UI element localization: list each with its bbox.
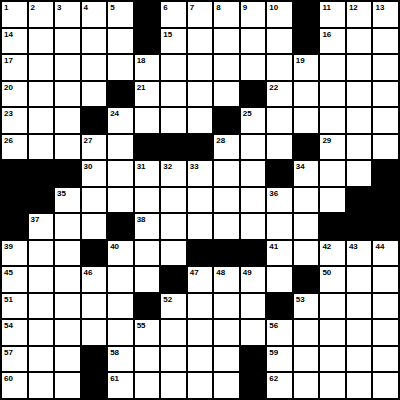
clue-number-30: 30 bbox=[84, 162, 93, 171]
clue-number-4: 4 bbox=[84, 3, 88, 12]
cell-r11c13[interactable]: 50 bbox=[320, 267, 345, 292]
cell-r13c3[interactable] bbox=[55, 320, 80, 345]
cell-r15c6[interactable] bbox=[135, 373, 160, 398]
cell-r13c2[interactable] bbox=[29, 320, 54, 345]
cell-r2c4[interactable] bbox=[82, 29, 107, 54]
cell-r15c10-block bbox=[241, 373, 266, 398]
cell-r6c15[interactable] bbox=[373, 135, 398, 160]
cell-r7c15-block bbox=[373, 161, 398, 186]
cell-r10c9-block bbox=[214, 241, 239, 266]
cell-r4c2[interactable] bbox=[29, 82, 54, 107]
cell-r6c8-block bbox=[188, 135, 213, 160]
cell-r4c1[interactable]: 20 bbox=[2, 82, 27, 107]
cell-r3c9[interactable] bbox=[214, 55, 239, 80]
cell-r15c11[interactable]: 62 bbox=[267, 373, 292, 398]
clue-number-61: 61 bbox=[110, 374, 119, 383]
cell-r4c13[interactable] bbox=[320, 82, 345, 107]
cell-r12c7[interactable]: 52 bbox=[161, 294, 186, 319]
clue-number-46: 46 bbox=[84, 268, 93, 277]
cell-r1c15[interactable]: 13 bbox=[373, 2, 398, 27]
cell-r2c11[interactable] bbox=[267, 29, 292, 54]
cell-r14c9[interactable] bbox=[214, 347, 239, 372]
cell-r8c13[interactable] bbox=[320, 188, 345, 213]
cell-r15c4-block bbox=[82, 373, 107, 398]
cell-r6c4[interactable]: 27 bbox=[82, 135, 107, 160]
cell-r9c13-block bbox=[320, 214, 345, 239]
cell-r2c14[interactable] bbox=[347, 29, 372, 54]
cell-r8c7[interactable] bbox=[161, 188, 186, 213]
clue-number-48: 48 bbox=[216, 268, 225, 277]
clue-number-23: 23 bbox=[4, 109, 13, 118]
clue-number-58: 58 bbox=[110, 348, 119, 357]
cell-r13c6[interactable]: 55 bbox=[135, 320, 160, 345]
cell-r6c11[interactable] bbox=[267, 135, 292, 160]
cell-r12c8[interactable] bbox=[188, 294, 213, 319]
cell-r11c2[interactable] bbox=[29, 267, 54, 292]
cell-r12c2[interactable] bbox=[29, 294, 54, 319]
cell-r7c4[interactable]: 30 bbox=[82, 161, 107, 186]
cell-r14c11[interactable]: 59 bbox=[267, 347, 292, 372]
cell-r3c3[interactable] bbox=[55, 55, 80, 80]
clue-number-15: 15 bbox=[163, 30, 172, 39]
cell-r4c7[interactable] bbox=[161, 82, 186, 107]
cell-r11c9[interactable]: 48 bbox=[214, 267, 239, 292]
cell-r5c5[interactable]: 24 bbox=[108, 108, 133, 133]
cell-r9c12[interactable] bbox=[294, 214, 319, 239]
clue-number-45: 45 bbox=[4, 268, 13, 277]
clue-number-60: 60 bbox=[4, 374, 13, 383]
cell-r4c5-block bbox=[108, 82, 133, 107]
clue-number-10: 10 bbox=[269, 3, 278, 12]
clue-number-17: 17 bbox=[4, 56, 13, 65]
clue-number-41: 41 bbox=[269, 242, 278, 251]
clue-number-12: 12 bbox=[349, 3, 358, 12]
cell-r15c3[interactable] bbox=[55, 373, 80, 398]
cell-r8c8[interactable] bbox=[188, 188, 213, 213]
cell-r11c12-block bbox=[294, 267, 319, 292]
cell-r7c10[interactable] bbox=[241, 161, 266, 186]
cell-r13c5[interactable] bbox=[108, 320, 133, 345]
cell-r2c5[interactable] bbox=[108, 29, 133, 54]
cell-r5c12[interactable] bbox=[294, 108, 319, 133]
cell-r14c8[interactable] bbox=[188, 347, 213, 372]
cell-r15c5[interactable]: 61 bbox=[108, 373, 133, 398]
clue-number-47: 47 bbox=[190, 268, 199, 277]
cell-r5c11[interactable] bbox=[267, 108, 292, 133]
cell-r10c11[interactable]: 41 bbox=[267, 241, 292, 266]
cell-r2c2[interactable] bbox=[29, 29, 54, 54]
cell-r12c11-block bbox=[267, 294, 292, 319]
cell-r6c10[interactable] bbox=[241, 135, 266, 160]
cell-r13c8[interactable] bbox=[188, 320, 213, 345]
cell-r11c8[interactable]: 47 bbox=[188, 267, 213, 292]
cell-r15c9[interactable] bbox=[214, 373, 239, 398]
cell-r6c14[interactable] bbox=[347, 135, 372, 160]
clue-number-43: 43 bbox=[349, 242, 358, 251]
cell-r15c8[interactable] bbox=[188, 373, 213, 398]
cell-r8c1-block bbox=[2, 188, 27, 213]
cell-r1c6-block bbox=[135, 2, 160, 27]
cell-r9c7[interactable] bbox=[161, 214, 186, 239]
cell-r9c9[interactable] bbox=[214, 214, 239, 239]
cell-r1c7[interactable]: 6 bbox=[161, 2, 186, 27]
cell-r4c10-block bbox=[241, 82, 266, 107]
cell-r12c9[interactable] bbox=[214, 294, 239, 319]
clue-number-6: 6 bbox=[163, 3, 167, 12]
clue-number-24: 24 bbox=[110, 109, 119, 118]
cell-r4c9[interactable] bbox=[214, 82, 239, 107]
clue-number-25: 25 bbox=[243, 109, 252, 118]
cell-r6c3[interactable] bbox=[55, 135, 80, 160]
cell-r9c3[interactable] bbox=[55, 214, 80, 239]
cell-r3c14[interactable] bbox=[347, 55, 372, 80]
cell-r5c9-block bbox=[214, 108, 239, 133]
cell-r10c13[interactable]: 42 bbox=[320, 241, 345, 266]
cell-r15c14[interactable] bbox=[347, 373, 372, 398]
cell-r1c5[interactable]: 5 bbox=[108, 2, 133, 27]
cell-r9c2[interactable]: 37 bbox=[29, 214, 54, 239]
cell-r7c11-block bbox=[267, 161, 292, 186]
cell-r10c7[interactable] bbox=[161, 241, 186, 266]
cell-r8c14-block bbox=[347, 188, 372, 213]
cell-r5c8[interactable] bbox=[188, 108, 213, 133]
cell-r13c14[interactable] bbox=[347, 320, 372, 345]
cell-r14c4-block bbox=[82, 347, 107, 372]
cell-r3c6[interactable]: 18 bbox=[135, 55, 160, 80]
cell-r9c4[interactable] bbox=[82, 214, 107, 239]
cell-r2c3[interactable] bbox=[55, 29, 80, 54]
cell-r10c5[interactable]: 40 bbox=[108, 241, 133, 266]
cell-r14c6[interactable] bbox=[135, 347, 160, 372]
cell-r1c9[interactable]: 8 bbox=[214, 2, 239, 27]
cell-r2c9[interactable] bbox=[214, 29, 239, 54]
cell-r6c5[interactable] bbox=[108, 135, 133, 160]
clue-number-52: 52 bbox=[163, 295, 172, 304]
cell-r5c13[interactable] bbox=[320, 108, 345, 133]
cell-r14c15[interactable] bbox=[373, 347, 398, 372]
clue-number-20: 20 bbox=[4, 83, 13, 92]
clue-number-11: 11 bbox=[322, 3, 330, 12]
cell-r11c3[interactable] bbox=[55, 267, 80, 292]
cell-r10c15[interactable]: 44 bbox=[373, 241, 398, 266]
clue-number-54: 54 bbox=[4, 321, 13, 330]
cell-r11c14[interactable] bbox=[347, 267, 372, 292]
cell-r12c4[interactable] bbox=[82, 294, 107, 319]
clue-number-32: 32 bbox=[163, 162, 172, 171]
cell-r4c4[interactable] bbox=[82, 82, 107, 107]
cell-r15c13[interactable] bbox=[320, 373, 345, 398]
cell-r10c12[interactable] bbox=[294, 241, 319, 266]
cell-r10c2[interactable] bbox=[29, 241, 54, 266]
cell-r12c12[interactable]: 53 bbox=[294, 294, 319, 319]
cell-r8c10[interactable] bbox=[241, 188, 266, 213]
cell-r11c4[interactable]: 46 bbox=[82, 267, 107, 292]
cell-r14c2[interactable] bbox=[29, 347, 54, 372]
cell-r3c15[interactable] bbox=[373, 55, 398, 80]
cell-r6c1[interactable]: 26 bbox=[2, 135, 27, 160]
cell-r14c10-block bbox=[241, 347, 266, 372]
cell-r1c11[interactable]: 10 bbox=[267, 2, 292, 27]
clue-number-50: 50 bbox=[322, 268, 331, 277]
clue-number-40: 40 bbox=[110, 242, 119, 251]
cell-r15c12[interactable] bbox=[294, 373, 319, 398]
cell-r11c10[interactable]: 49 bbox=[241, 267, 266, 292]
cell-r10c4-block bbox=[82, 241, 107, 266]
cell-r6c12-block bbox=[294, 135, 319, 160]
cell-r4c12[interactable] bbox=[294, 82, 319, 107]
clue-number-2: 2 bbox=[31, 3, 35, 12]
cell-r5c7[interactable] bbox=[161, 108, 186, 133]
clue-number-57: 57 bbox=[4, 348, 13, 357]
cell-r3c2[interactable] bbox=[29, 55, 54, 80]
cell-r11c7-block bbox=[161, 267, 186, 292]
cell-r4c6[interactable]: 21 bbox=[135, 82, 160, 107]
clue-number-34: 34 bbox=[296, 162, 305, 171]
clue-number-56: 56 bbox=[269, 321, 278, 330]
clue-number-38: 38 bbox=[137, 215, 146, 224]
cell-r8c11[interactable]: 36 bbox=[267, 188, 292, 213]
cell-r2c13[interactable]: 16 bbox=[320, 29, 345, 54]
cell-r12c14[interactable] bbox=[347, 294, 372, 319]
cell-r7c13[interactable] bbox=[320, 161, 345, 186]
cell-r3c12[interactable]: 19 bbox=[294, 55, 319, 80]
cell-r5c3[interactable] bbox=[55, 108, 80, 133]
cell-r3c1[interactable]: 17 bbox=[2, 55, 27, 80]
cell-r11c5[interactable] bbox=[108, 267, 133, 292]
cell-r1c1[interactable]: 1 bbox=[2, 2, 27, 27]
cell-r6c9[interactable]: 28 bbox=[214, 135, 239, 160]
cell-r9c8[interactable] bbox=[188, 214, 213, 239]
cell-r15c7[interactable] bbox=[161, 373, 186, 398]
cell-r5c4-block bbox=[82, 108, 107, 133]
cell-r3c11[interactable] bbox=[267, 55, 292, 80]
clue-number-8: 8 bbox=[216, 3, 220, 12]
cell-r8c2-block bbox=[29, 188, 54, 213]
cell-r9c14-block bbox=[347, 214, 372, 239]
cell-r2c15[interactable] bbox=[373, 29, 398, 54]
cell-r13c4[interactable] bbox=[82, 320, 107, 345]
cell-r12c3[interactable] bbox=[55, 294, 80, 319]
cell-r8c12[interactable] bbox=[294, 188, 319, 213]
cell-r7c1-block bbox=[2, 161, 27, 186]
clue-number-7: 7 bbox=[190, 3, 194, 12]
cell-r1c2[interactable]: 2 bbox=[29, 2, 54, 27]
cell-r3c4[interactable] bbox=[82, 55, 107, 80]
cell-r1c3[interactable]: 3 bbox=[55, 2, 80, 27]
cell-r7c12[interactable]: 34 bbox=[294, 161, 319, 186]
cell-r3c8[interactable] bbox=[188, 55, 213, 80]
clue-number-27: 27 bbox=[84, 136, 93, 145]
clue-number-29: 29 bbox=[322, 136, 331, 145]
cell-r6c6-block bbox=[135, 135, 160, 160]
cell-r2c1[interactable]: 14 bbox=[2, 29, 27, 54]
clue-number-16: 16 bbox=[322, 30, 331, 39]
cell-r1c10[interactable]: 9 bbox=[241, 2, 266, 27]
cell-r1c13[interactable]: 11 bbox=[320, 2, 345, 27]
cell-r12c13[interactable] bbox=[320, 294, 345, 319]
cell-r7c14[interactable] bbox=[347, 161, 372, 186]
cell-r7c3-block bbox=[55, 161, 80, 186]
cell-r1c12-block bbox=[294, 2, 319, 27]
cell-r14c3[interactable] bbox=[55, 347, 80, 372]
cell-r3c13[interactable] bbox=[320, 55, 345, 80]
clue-number-13: 13 bbox=[375, 3, 384, 12]
cell-r12c15[interactable] bbox=[373, 294, 398, 319]
cell-r14c13[interactable] bbox=[320, 347, 345, 372]
cell-r1c8[interactable]: 7 bbox=[188, 2, 213, 27]
cell-r1c4[interactable]: 4 bbox=[82, 2, 107, 27]
cell-r10c10-block bbox=[241, 241, 266, 266]
clue-number-35: 35 bbox=[57, 189, 66, 198]
cell-r13c11[interactable]: 56 bbox=[267, 320, 292, 345]
clue-number-62: 62 bbox=[269, 374, 278, 383]
cell-r12c5[interactable] bbox=[108, 294, 133, 319]
cell-r3c10[interactable] bbox=[241, 55, 266, 80]
cell-r13c9[interactable] bbox=[214, 320, 239, 345]
clue-number-59: 59 bbox=[269, 348, 278, 357]
clue-number-1: 1 bbox=[4, 3, 8, 12]
cell-r2c10[interactable] bbox=[241, 29, 266, 54]
clue-number-51: 51 bbox=[4, 295, 13, 304]
cell-r4c8[interactable] bbox=[188, 82, 213, 107]
clue-number-19: 19 bbox=[296, 56, 305, 65]
clue-number-39: 39 bbox=[4, 242, 13, 251]
cell-r10c8-block bbox=[188, 241, 213, 266]
cell-r2c12-block bbox=[294, 29, 319, 54]
cell-r7c8[interactable]: 33 bbox=[188, 161, 213, 186]
clue-number-33: 33 bbox=[190, 162, 199, 171]
cell-r11c6[interactable] bbox=[135, 267, 160, 292]
cell-r4c11[interactable]: 22 bbox=[267, 82, 292, 107]
cell-r3c5[interactable] bbox=[108, 55, 133, 80]
clue-number-18: 18 bbox=[137, 56, 146, 65]
cell-r12c10[interactable] bbox=[241, 294, 266, 319]
cell-r5c14[interactable] bbox=[347, 108, 372, 133]
clue-number-28: 28 bbox=[216, 136, 225, 145]
cell-r6c13[interactable]: 29 bbox=[320, 135, 345, 160]
cell-r9c15-block bbox=[373, 214, 398, 239]
cell-r8c4[interactable] bbox=[82, 188, 107, 213]
cell-r15c2[interactable] bbox=[29, 373, 54, 398]
cell-r2c6-block bbox=[135, 29, 160, 54]
cell-r7c7[interactable]: 32 bbox=[161, 161, 186, 186]
cell-r11c11[interactable] bbox=[267, 267, 292, 292]
cell-r8c15-block bbox=[373, 188, 398, 213]
clue-number-14: 14 bbox=[4, 30, 13, 39]
cell-r14c7[interactable] bbox=[161, 347, 186, 372]
cell-r5c10[interactable]: 25 bbox=[241, 108, 266, 133]
cell-r13c7[interactable] bbox=[161, 320, 186, 345]
cell-r9c1-block bbox=[2, 214, 27, 239]
cell-r15c15[interactable] bbox=[373, 373, 398, 398]
clue-number-49: 49 bbox=[243, 268, 252, 277]
cell-r6c7-block bbox=[161, 135, 186, 160]
cell-r5c2[interactable] bbox=[29, 108, 54, 133]
cell-r10c1[interactable]: 39 bbox=[2, 241, 27, 266]
cell-r14c12[interactable] bbox=[294, 347, 319, 372]
clue-number-22: 22 bbox=[269, 83, 278, 92]
clue-number-3: 3 bbox=[57, 3, 61, 12]
cell-r5c6[interactable] bbox=[135, 108, 160, 133]
cell-r8c3[interactable]: 35 bbox=[55, 188, 80, 213]
cell-r13c1[interactable]: 54 bbox=[2, 320, 27, 345]
cell-r11c1[interactable]: 45 bbox=[2, 267, 27, 292]
cell-r9c6[interactable]: 38 bbox=[135, 214, 160, 239]
cell-r7c5[interactable] bbox=[108, 161, 133, 186]
clue-number-21: 21 bbox=[137, 83, 146, 92]
clue-number-5: 5 bbox=[110, 3, 114, 12]
cell-r11c15[interactable] bbox=[373, 267, 398, 292]
cell-r5c15[interactable] bbox=[373, 108, 398, 133]
cell-r14c14[interactable] bbox=[347, 347, 372, 372]
cell-r7c9[interactable] bbox=[214, 161, 239, 186]
cell-r7c2-block bbox=[29, 161, 54, 186]
cell-r9c10[interactable] bbox=[241, 214, 266, 239]
clue-number-31: 31 bbox=[137, 162, 146, 171]
clue-number-42: 42 bbox=[322, 242, 331, 251]
cell-r12c6-block bbox=[135, 294, 160, 319]
cell-r4c3[interactable] bbox=[55, 82, 80, 107]
cell-r13c15[interactable] bbox=[373, 320, 398, 345]
cell-r9c11[interactable] bbox=[267, 214, 292, 239]
clue-number-55: 55 bbox=[137, 321, 146, 330]
cell-r8c5[interactable] bbox=[108, 188, 133, 213]
cell-r8c9[interactable] bbox=[214, 188, 239, 213]
clue-number-37: 37 bbox=[31, 215, 40, 224]
clue-number-53: 53 bbox=[296, 295, 305, 304]
clue-number-26: 26 bbox=[4, 136, 13, 145]
clue-number-44: 44 bbox=[375, 242, 384, 251]
cell-r2c7[interactable]: 15 bbox=[161, 29, 186, 54]
cell-r2c8[interactable] bbox=[188, 29, 213, 54]
cell-r1c14[interactable]: 12 bbox=[347, 2, 372, 27]
cell-r10c3[interactable] bbox=[55, 241, 80, 266]
cell-r7c6[interactable]: 31 bbox=[135, 161, 160, 186]
cell-r6c2[interactable] bbox=[29, 135, 54, 160]
cell-r12c1[interactable]: 51 bbox=[2, 294, 27, 319]
cell-r13c12[interactable] bbox=[294, 320, 319, 345]
crossword-grid: 1234567891011121314151617181920212223242… bbox=[0, 0, 400, 400]
cell-r8c6[interactable] bbox=[135, 188, 160, 213]
clue-number-9: 9 bbox=[243, 3, 247, 12]
cell-r4c15[interactable] bbox=[373, 82, 398, 107]
cell-r13c13[interactable] bbox=[320, 320, 345, 345]
cell-r10c14[interactable]: 43 bbox=[347, 241, 372, 266]
cell-r15c1[interactable]: 60 bbox=[2, 373, 27, 398]
cell-r10c6[interactable] bbox=[135, 241, 160, 266]
cell-r13c10[interactable] bbox=[241, 320, 266, 345]
cell-r14c5[interactable]: 58 bbox=[108, 347, 133, 372]
clue-number-36: 36 bbox=[269, 189, 278, 198]
cell-r9c5-block bbox=[108, 214, 133, 239]
cell-r5c1[interactable]: 23 bbox=[2, 108, 27, 133]
cell-r4c14[interactable] bbox=[347, 82, 372, 107]
cell-r3c7[interactable] bbox=[161, 55, 186, 80]
cell-r14c1[interactable]: 57 bbox=[2, 347, 27, 372]
